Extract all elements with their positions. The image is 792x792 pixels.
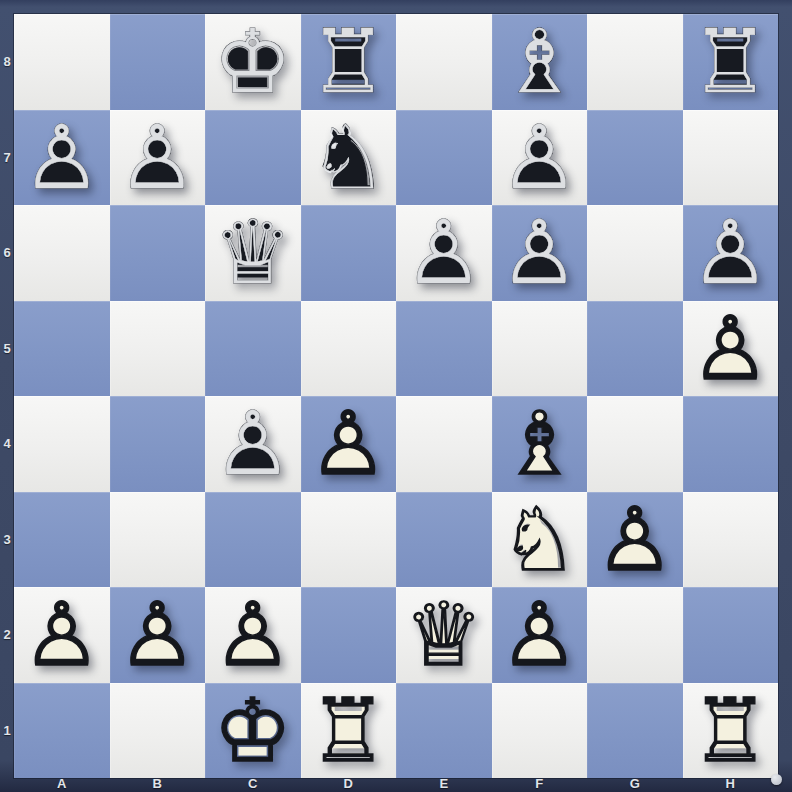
square-f1[interactable] (492, 683, 588, 779)
square-g4[interactable] (587, 396, 683, 492)
square-f3[interactable]: ♞♘ (492, 492, 588, 588)
square-g6[interactable] (587, 205, 683, 301)
black-pawn-f7[interactable]: ♟♙ (492, 110, 587, 205)
piece-glyph-outline: ♙ (595, 492, 674, 587)
square-a3[interactable] (14, 492, 110, 588)
square-d3[interactable] (301, 492, 397, 588)
square-f5[interactable] (492, 301, 588, 397)
square-e4[interactable] (396, 396, 492, 492)
square-b4[interactable] (110, 396, 206, 492)
piece-glyph-outline: ♙ (118, 110, 197, 205)
black-bishop-f8[interactable]: ♝♗ (492, 14, 587, 109)
square-d2[interactable] (301, 587, 397, 683)
black-rook-h8[interactable]: ♜♖ (683, 14, 778, 109)
piece-glyph-outline: ♙ (404, 205, 483, 300)
white-pawn-c2[interactable]: ♟♙ (205, 587, 300, 682)
piece-glyph-outline: ♕ (213, 205, 292, 300)
square-b3[interactable] (110, 492, 206, 588)
square-e8[interactable] (396, 14, 492, 110)
square-e5[interactable] (396, 301, 492, 397)
square-h6[interactable]: ♟♙ (683, 205, 779, 301)
square-c8[interactable]: ♚♔ (205, 14, 301, 110)
square-f6[interactable]: ♟♙ (492, 205, 588, 301)
chess-app-window: ♚♔♜♖♝♗♜♖♟♙♟♙♞♘♟♙♛♕♟♙♟♙♟♙♟♙♟♙♟♙♝♗♞♘♟♙♟♙♟♙… (0, 0, 792, 792)
piece-glyph-outline: ♙ (691, 205, 770, 300)
square-c6[interactable]: ♛♕ (205, 205, 301, 301)
white-rook-h1[interactable]: ♜♖ (683, 683, 778, 778)
square-g7[interactable] (587, 110, 683, 206)
square-a8[interactable] (14, 14, 110, 110)
file-label-g: G (587, 775, 683, 792)
square-a4[interactable] (14, 396, 110, 492)
square-d7[interactable]: ♞♘ (301, 110, 397, 206)
square-d1[interactable]: ♜♖ (301, 683, 397, 779)
square-h5[interactable]: ♟♙ (683, 301, 779, 397)
chess-board: ♚♔♜♖♝♗♜♖♟♙♟♙♞♘♟♙♛♕♟♙♟♙♟♙♟♙♟♙♟♙♝♗♞♘♟♙♟♙♟♙… (14, 14, 778, 778)
square-b2[interactable]: ♟♙ (110, 587, 206, 683)
square-c3[interactable] (205, 492, 301, 588)
square-b7[interactable]: ♟♙ (110, 110, 206, 206)
black-king-c8[interactable]: ♚♔ (205, 14, 300, 109)
rank-label-8: 8 (0, 14, 14, 110)
square-g2[interactable] (587, 587, 683, 683)
square-g8[interactable] (587, 14, 683, 110)
black-pawn-c4[interactable]: ♟♙ (205, 396, 300, 491)
piece-glyph-outline: ♔ (213, 14, 292, 109)
square-h8[interactable]: ♜♖ (683, 14, 779, 110)
square-f4[interactable]: ♝♗ (492, 396, 588, 492)
rank-label-6: 6 (0, 205, 14, 301)
piece-glyph-outline: ♙ (118, 587, 197, 682)
square-d6[interactable] (301, 205, 397, 301)
piece-glyph-outline: ♙ (22, 587, 101, 682)
square-d8[interactable]: ♜♖ (301, 14, 397, 110)
square-c5[interactable] (205, 301, 301, 397)
rank-label-5: 5 (0, 301, 14, 397)
square-c4[interactable]: ♟♙ (205, 396, 301, 492)
white-bishop-f4[interactable]: ♝♗ (492, 396, 587, 491)
square-f8[interactable]: ♝♗ (492, 14, 588, 110)
square-f7[interactable]: ♟♙ (492, 110, 588, 206)
square-g5[interactable] (587, 301, 683, 397)
piece-glyph-outline: ♘ (500, 492, 579, 587)
rank-label-1: 1 (0, 683, 14, 779)
white-pawn-f2[interactable]: ♟♙ (492, 587, 587, 682)
square-d5[interactable] (301, 301, 397, 397)
file-label-c: C (205, 775, 301, 792)
square-c1[interactable]: ♚♔ (205, 683, 301, 779)
square-a6[interactable] (14, 205, 110, 301)
black-rook-d8[interactable]: ♜♖ (301, 14, 396, 109)
piece-glyph-outline: ♖ (691, 683, 770, 778)
square-e1[interactable] (396, 683, 492, 779)
square-a2[interactable]: ♟♙ (14, 587, 110, 683)
white-knight-f3[interactable]: ♞♘ (492, 492, 587, 587)
black-pawn-e6[interactable]: ♟♙ (396, 205, 491, 300)
rank-label-2: 2 (0, 587, 14, 683)
rank-label-7: 7 (0, 110, 14, 206)
square-b8[interactable] (110, 14, 206, 110)
black-pawn-a7[interactable]: ♟♙ (14, 110, 109, 205)
piece-glyph-outline: ♗ (500, 14, 579, 109)
file-label-a: A (14, 775, 110, 792)
square-g3[interactable]: ♟♙ (587, 492, 683, 588)
rank-coordinates: 87654321 (0, 14, 14, 778)
square-c7[interactable] (205, 110, 301, 206)
square-h1[interactable]: ♜♖ (683, 683, 779, 779)
square-b5[interactable] (110, 301, 206, 397)
black-pawn-f6[interactable]: ♟♙ (492, 205, 587, 300)
square-c2[interactable]: ♟♙ (205, 587, 301, 683)
rank-label-4: 4 (0, 396, 14, 492)
square-f2[interactable]: ♟♙ (492, 587, 588, 683)
black-pawn-b7[interactable]: ♟♙ (110, 110, 205, 205)
file-coordinates: ABCDEFGH (14, 775, 778, 792)
file-label-d: D (301, 775, 397, 792)
file-label-f: F (492, 775, 588, 792)
piece-glyph-outline: ♙ (309, 396, 388, 491)
black-pawn-h6[interactable]: ♟♙ (683, 205, 778, 300)
white-pawn-h5[interactable]: ♟♙ (683, 301, 778, 396)
piece-glyph-outline: ♘ (309, 110, 388, 205)
piece-glyph-outline: ♙ (691, 301, 770, 396)
square-b6[interactable] (110, 205, 206, 301)
square-g1[interactable] (587, 683, 683, 779)
piece-glyph-outline: ♙ (22, 110, 101, 205)
piece-glyph-outline: ♙ (500, 587, 579, 682)
file-label-h: H (683, 775, 779, 792)
square-h2[interactable] (683, 587, 779, 683)
piece-glyph-outline: ♙ (500, 110, 579, 205)
corner-dot (771, 774, 782, 785)
square-a5[interactable] (14, 301, 110, 397)
square-b1[interactable] (110, 683, 206, 779)
file-label-b: B (110, 775, 206, 792)
white-pawn-a2[interactable]: ♟♙ (14, 587, 109, 682)
file-label-e: E (396, 775, 492, 792)
square-h7[interactable] (683, 110, 779, 206)
square-h4[interactable] (683, 396, 779, 492)
piece-glyph-outline: ♕ (404, 587, 483, 682)
rank-label-3: 3 (0, 492, 14, 588)
square-e6[interactable]: ♟♙ (396, 205, 492, 301)
square-e3[interactable] (396, 492, 492, 588)
piece-glyph-outline: ♙ (213, 396, 292, 491)
square-a1[interactable] (14, 683, 110, 779)
white-king-c1[interactable]: ♚♔ (205, 683, 300, 778)
white-rook-d1[interactable]: ♜♖ (301, 683, 396, 778)
square-e2[interactable]: ♛♕ (396, 587, 492, 683)
white-pawn-d4[interactable]: ♟♙ (301, 396, 396, 491)
black-queen-c6[interactable]: ♛♕ (205, 205, 300, 300)
white-pawn-g3[interactable]: ♟♙ (587, 492, 682, 587)
white-queen-e2[interactable]: ♛♕ (396, 587, 491, 682)
square-e7[interactable] (396, 110, 492, 206)
piece-glyph-outline: ♖ (309, 14, 388, 109)
piece-glyph-outline: ♖ (309, 683, 388, 778)
piece-glyph-outline: ♙ (213, 587, 292, 682)
square-d4[interactable]: ♟♙ (301, 396, 397, 492)
piece-glyph-outline: ♔ (213, 683, 292, 778)
white-pawn-b2[interactable]: ♟♙ (110, 587, 205, 682)
black-knight-d7[interactable]: ♞♘ (301, 110, 396, 205)
piece-glyph-outline: ♖ (691, 14, 770, 109)
square-a7[interactable]: ♟♙ (14, 110, 110, 206)
square-h3[interactable] (683, 492, 779, 588)
piece-glyph-outline: ♗ (500, 396, 579, 491)
piece-glyph-outline: ♙ (500, 205, 579, 300)
